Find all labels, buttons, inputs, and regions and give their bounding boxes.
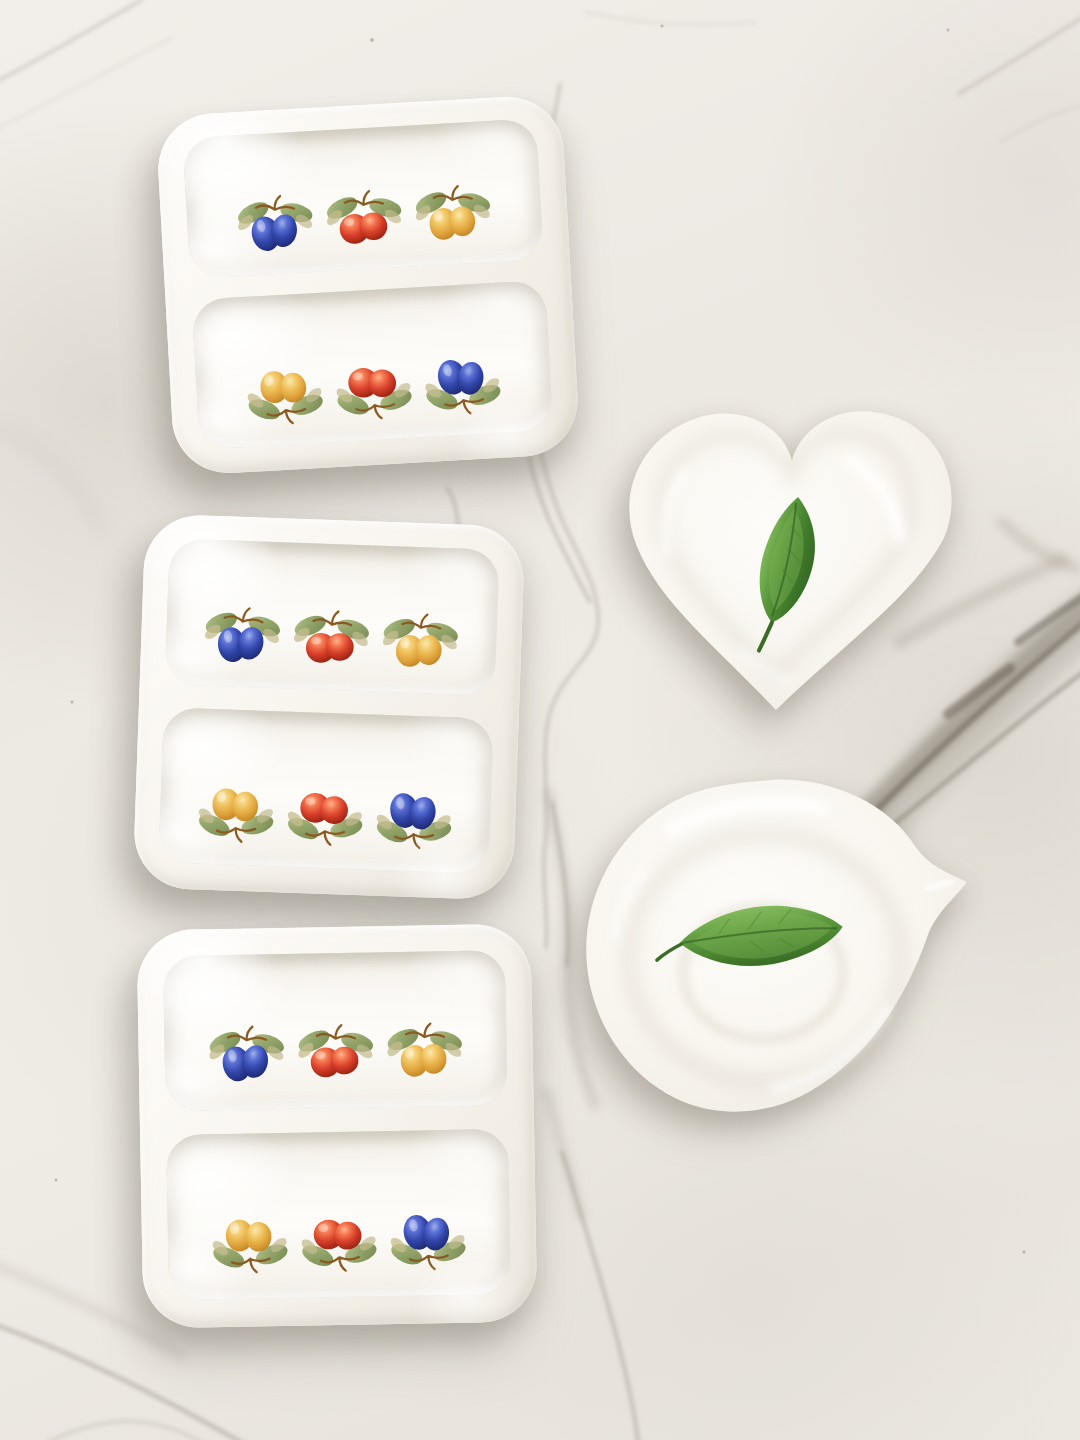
fruit-row (159, 777, 492, 852)
dish-bottom-left (137, 924, 538, 1329)
fruit-motif-blue-plums (386, 1207, 469, 1272)
compartment-upper (164, 539, 499, 696)
dish-top-left (155, 94, 580, 476)
fruit-row (186, 179, 542, 263)
scene-root (0, 0, 1080, 1440)
dish-heart (592, 402, 992, 724)
compartment-lower (158, 707, 494, 874)
fruit-row (165, 603, 498, 678)
fruit-motif-blue-plums (420, 350, 505, 418)
fruit-motif-blue-plums (233, 192, 318, 260)
fruit-row (167, 1206, 511, 1276)
fruit-motif-yellow-pears (194, 778, 278, 845)
fruit-motif-yellow-pears (411, 182, 496, 250)
round-dish-svg (575, 768, 985, 1140)
fruit-motif-blue-plums (200, 604, 284, 671)
fruit-motif-yellow-pears (242, 360, 327, 428)
fruit-motif-red-apples (294, 1023, 377, 1088)
fruit-row (164, 1020, 508, 1090)
heart-dish-svg (592, 402, 992, 724)
compartment-upper (163, 950, 508, 1111)
dish-middle-left (133, 513, 526, 900)
fruit-motif-red-apples (289, 607, 373, 674)
fruit-row (196, 347, 552, 431)
compartment-lower (192, 281, 553, 450)
fruit-motif-red-apples (331, 355, 416, 423)
fruit-motif-yellow-pears (383, 1021, 466, 1086)
fruit-motif-yellow-pears (208, 1210, 291, 1275)
fruit-motif-red-apples (322, 187, 407, 255)
fruit-motif-blue-plums (205, 1024, 288, 1089)
compartment-lower (166, 1129, 512, 1300)
fruit-motif-red-apples (283, 782, 367, 849)
dish-round (575, 768, 985, 1140)
fruit-motif-blue-plums (372, 785, 456, 852)
fruit-motif-red-apples (297, 1208, 380, 1273)
compartment-upper (183, 119, 544, 279)
fruit-motif-yellow-pears (378, 610, 462, 677)
